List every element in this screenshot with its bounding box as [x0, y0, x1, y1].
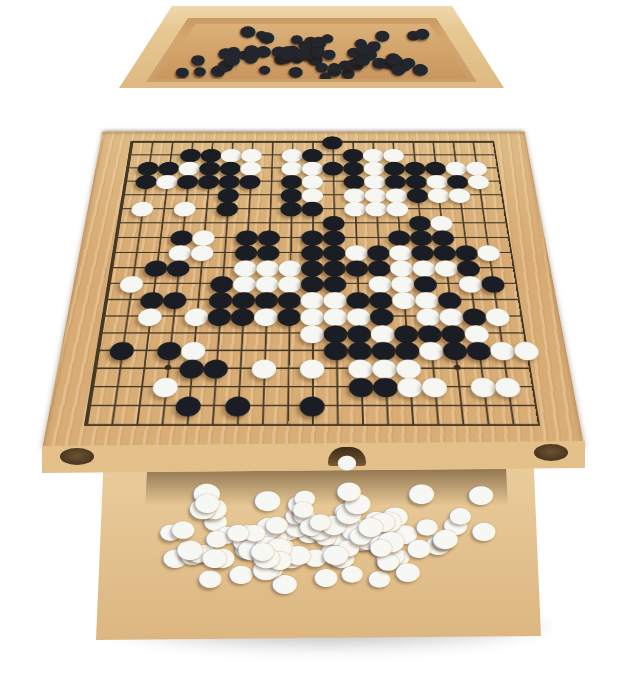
black-stone[interactable]: ● — [298, 391, 327, 417]
black-stone[interactable]: ● — [478, 271, 507, 293]
black-stone[interactable]: ● — [214, 198, 240, 217]
black-stone[interactable]: ● — [106, 337, 137, 361]
white-stone[interactable]: ● — [249, 538, 275, 562]
white-stone[interactable]: ● — [194, 490, 222, 515]
go-board: ●●●●●●●●●●●●●●●●●●●●●●●●●●●●●●●●●●●●●●●●… — [42, 0, 585, 450]
white-stone[interactable]: ● — [394, 558, 421, 583]
white-stone[interactable]: ● — [172, 198, 199, 217]
white-stone[interactable]: ● — [471, 518, 498, 542]
black-stone[interactable]: ● — [223, 391, 253, 417]
white-stone[interactable]: ● — [492, 372, 524, 397]
white-stone[interactable]: ● — [431, 525, 459, 550]
white-stone[interactable]: ● — [291, 498, 315, 519]
board-grid[interactable]: ●●●●●●●●●●●●●●●●●●●●●●●●●●●●●●●●●●●●●●●●… — [84, 141, 540, 426]
white-stone[interactable]: ● — [226, 521, 251, 543]
white-stone[interactable]: ● — [336, 478, 363, 502]
white-stone[interactable]: ● — [249, 354, 278, 379]
white-stone[interactable]: ● — [406, 535, 432, 559]
black-stone[interactable]: ● — [201, 354, 231, 379]
white-stone[interactable]: ● — [129, 198, 156, 217]
white-stone[interactable]: ● — [446, 184, 473, 203]
white-stone[interactable]: ● — [201, 545, 229, 570]
white-stone[interactable]: ● — [135, 303, 165, 326]
white-stone[interactable]: ● — [170, 518, 196, 541]
black-stone[interactable]: ● — [164, 256, 192, 277]
star-point — [453, 365, 460, 370]
black-stone[interactable]: ● — [173, 391, 204, 417]
white-stone[interactable]: ● — [253, 485, 282, 511]
white-stone[interactable]: ● — [298, 354, 326, 379]
white-stone[interactable]: ● — [369, 536, 394, 558]
white-stone[interactable]: ● — [511, 337, 542, 361]
go-set-photo: ●●●●●●●●●●●●●●●●●●●●●●●●●●●●●●●●●●●●●●●●… — [0, 0, 627, 675]
white-stone[interactable]: ● — [407, 480, 436, 506]
board-surface: ●●●●●●●●●●●●●●●●●●●●●●●●●●●●●●●●●●●●●●●●… — [42, 132, 585, 450]
white-stone[interactable]: ● — [419, 372, 450, 397]
white-stone[interactable]: ● — [340, 562, 364, 584]
